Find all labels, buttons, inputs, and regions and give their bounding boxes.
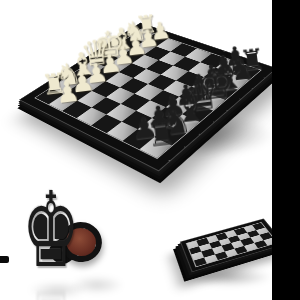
folded-board-shadow xyxy=(184,268,272,286)
square-d4 xyxy=(120,78,148,94)
black-king-reflection: ♚ xyxy=(22,276,80,300)
right-edge-black-bar xyxy=(272,0,300,300)
piece-black-rook: ♜ xyxy=(145,117,178,153)
product-photo-king-detail[interactable]: ♚ ♚ xyxy=(14,188,120,300)
piece-white-pawn: ♟ xyxy=(54,78,81,107)
folded-board-grid xyxy=(187,223,277,267)
left-edge-artifact xyxy=(0,256,9,263)
product-image-stage: ♜♞♝♛♚♝♞♜♟♟♟♟♟♟♟♟♟♟♟♟♟♟♟♟♜♞♝♛♚♝♞♜ ♚ ♚ xyxy=(0,0,300,300)
folded-board xyxy=(180,219,285,273)
